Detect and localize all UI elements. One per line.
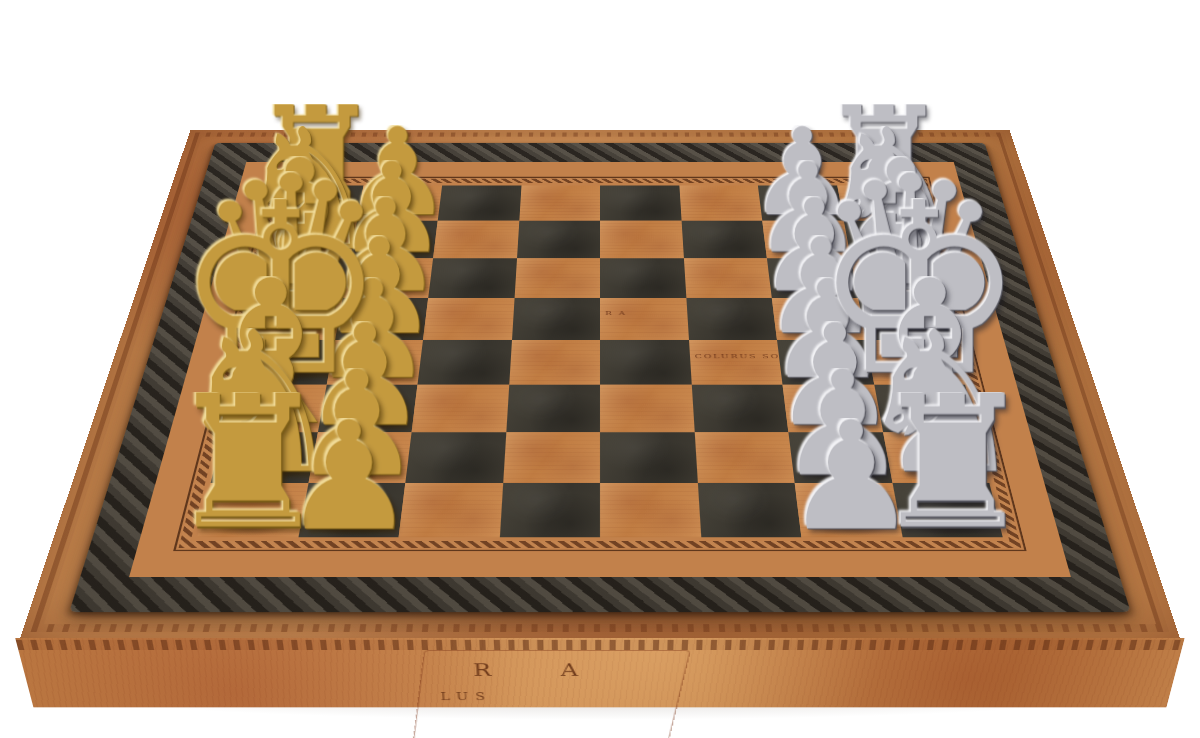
chess-board-grid: ♜♟♟♜♞♟♟♞♝♟♟♝♛♟R A♟♛♚♟Colurus Solstitii♟♚… — [197, 185, 1003, 537]
square-a4[interactable] — [519, 185, 600, 220]
square-b5[interactable] — [600, 221, 683, 258]
front-map-letters-small: LUS — [440, 691, 492, 702]
front-map-letters: R A — [473, 660, 609, 680]
square-d5[interactable]: R A — [600, 298, 689, 340]
box-lid-map-surface: ♜♟♟♜♞♟♟♞♝♟♟♝♛♟R A♟♛♚♟Colurus Solstitii♟♚… — [20, 130, 1180, 639]
black-rook[interactable]: ♜ — [869, 391, 1034, 535]
square-g5[interactable] — [600, 432, 697, 483]
white-rook[interactable]: ♜ — [166, 391, 331, 535]
box-front-face: R A LUS — [15, 638, 1185, 707]
photo-scene: ♜♟♟♜♞♟♟♞♝♟♟♝♛♟R A♟♛♚♟Colurus Solstitii♟♚… — [0, 0, 1200, 738]
perspective-stage: ♜♟♟♜♞♟♟♞♝♟♟♝♛♟R A♟♛♚♟Colurus Solstitii♟♚… — [120, 0, 1080, 738]
square-map-text: R A — [605, 310, 692, 316]
square-f5[interactable] — [600, 385, 694, 433]
square-h8[interactable]: ♜ — [892, 483, 1003, 537]
square-c4[interactable] — [514, 258, 600, 298]
square-h5[interactable] — [600, 483, 701, 537]
square-d4[interactable] — [512, 298, 601, 340]
square-e5[interactable] — [600, 340, 691, 385]
square-b4[interactable] — [517, 221, 600, 258]
square-h1[interactable]: ♜ — [197, 483, 308, 537]
square-h4[interactable] — [499, 483, 600, 537]
square-c5[interactable] — [600, 258, 686, 298]
square-e4[interactable] — [509, 340, 600, 385]
ornate-map-frame: ♜♟♟♜♞♟♟♞♝♟♟♝♛♟R A♟♛♚♟Colurus Solstitii♟♚… — [129, 162, 1071, 577]
square-f4[interactable] — [506, 385, 600, 433]
rope-trim-border: ♜♟♟♜♞♟♟♞♝♟♟♝♛♟R A♟♛♚♟Colurus Solstitii♟♚… — [69, 143, 1131, 612]
chess-box-3d: ♜♟♟♜♞♟♟♞♝♟♟♝♛♟R A♟♛♚♟Colurus Solstitii♟♚… — [20, 130, 1180, 639]
square-a5[interactable] — [600, 185, 681, 220]
square-g4[interactable] — [503, 432, 600, 483]
